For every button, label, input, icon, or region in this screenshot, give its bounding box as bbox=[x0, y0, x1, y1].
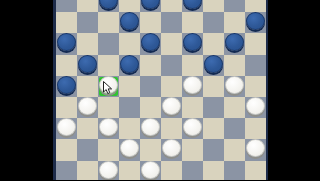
board-cell-r9c5[interactable] bbox=[140, 161, 161, 181]
board-cell-r7c4[interactable] bbox=[119, 118, 140, 139]
white-piece[interactable] bbox=[99, 161, 118, 179]
board-cell-r2c10[interactable] bbox=[245, 12, 266, 33]
board-cell-r2c8[interactable] bbox=[203, 12, 224, 33]
board-grid bbox=[56, 0, 266, 180]
board-cell-r1c10[interactable] bbox=[245, 0, 266, 12]
board-cell-r2c2[interactable] bbox=[77, 12, 98, 33]
board-cell-r5c4[interactable] bbox=[119, 76, 140, 97]
board-cell-r6c1[interactable] bbox=[56, 97, 77, 118]
blue-piece[interactable] bbox=[99, 0, 118, 9]
white-piece[interactable] bbox=[141, 118, 160, 136]
board-cell-r2c5[interactable] bbox=[140, 12, 161, 33]
board-cell-r2c4[interactable] bbox=[119, 12, 140, 33]
board-cell-r9c9[interactable] bbox=[224, 161, 245, 181]
board-cell-r8c1[interactable] bbox=[56, 139, 77, 160]
blue-piece[interactable] bbox=[141, 0, 160, 9]
board-cell-r3c4[interactable] bbox=[119, 33, 140, 54]
board-cell-r1c9[interactable] bbox=[224, 0, 245, 12]
board-cell-r1c2[interactable] bbox=[77, 0, 98, 12]
blue-piece[interactable] bbox=[57, 76, 76, 94]
board-cell-r9c10[interactable] bbox=[245, 161, 266, 181]
blue-piece[interactable] bbox=[225, 33, 244, 51]
blue-piece[interactable] bbox=[141, 33, 160, 51]
draughts-board bbox=[53, 0, 268, 180]
board-cell-r7c5[interactable] bbox=[140, 118, 161, 139]
board-cell-r6c9[interactable] bbox=[224, 97, 245, 118]
board-cell-r1c8[interactable] bbox=[203, 0, 224, 12]
blue-piece[interactable] bbox=[183, 33, 202, 51]
white-piece[interactable] bbox=[162, 139, 181, 157]
blue-piece[interactable] bbox=[120, 55, 139, 73]
letterbox-left bbox=[0, 0, 53, 180]
board-cell-r9c8[interactable] bbox=[203, 161, 224, 181]
board-cell-r5c2[interactable] bbox=[77, 76, 98, 97]
board-cell-r5c5[interactable] bbox=[140, 76, 161, 97]
board-cell-r8c6[interactable] bbox=[161, 139, 182, 160]
board-cell-r4c1[interactable] bbox=[56, 55, 77, 76]
board-cell-r4c8[interactable] bbox=[203, 55, 224, 76]
board-cell-r6c7[interactable] bbox=[182, 97, 203, 118]
white-piece[interactable] bbox=[120, 139, 139, 157]
board-cell-r8c5[interactable] bbox=[140, 139, 161, 160]
board-cell-r8c8[interactable] bbox=[203, 139, 224, 160]
board-cell-r8c3[interactable] bbox=[98, 139, 119, 160]
board-cell-r4c6[interactable] bbox=[161, 55, 182, 76]
board-cell-r1c1[interactable] bbox=[56, 0, 77, 12]
board-cell-r9c2[interactable] bbox=[77, 161, 98, 181]
blue-piece[interactable] bbox=[246, 12, 265, 30]
board-cell-r4c10[interactable] bbox=[245, 55, 266, 76]
board-cell-r7c1[interactable] bbox=[56, 118, 77, 139]
board-cell-r3c7[interactable] bbox=[182, 33, 203, 54]
board-cell-r7c10[interactable] bbox=[245, 118, 266, 139]
board-cell-r3c10[interactable] bbox=[245, 33, 266, 54]
board-cell-r6c3[interactable] bbox=[98, 97, 119, 118]
mouse-cursor bbox=[103, 81, 113, 95]
board-cell-r2c1[interactable] bbox=[56, 12, 77, 33]
board-cell-r4c4[interactable] bbox=[119, 55, 140, 76]
board-cell-r3c9[interactable] bbox=[224, 33, 245, 54]
white-piece[interactable] bbox=[99, 118, 118, 136]
blue-piece[interactable] bbox=[57, 33, 76, 51]
board-cell-r4c7[interactable] bbox=[182, 55, 203, 76]
board-cell-r9c4[interactable] bbox=[119, 161, 140, 181]
white-piece[interactable] bbox=[78, 97, 97, 115]
board-cell-r5c10[interactable] bbox=[245, 76, 266, 97]
board-cell-r6c2[interactable] bbox=[77, 97, 98, 118]
board-cell-r4c2[interactable] bbox=[77, 55, 98, 76]
board-cell-r1c3[interactable] bbox=[98, 0, 119, 12]
board-cell-r1c6[interactable] bbox=[161, 0, 182, 12]
board-cell-r4c3[interactable] bbox=[98, 55, 119, 76]
board-cell-r7c9[interactable] bbox=[224, 118, 245, 139]
board-cell-r1c7[interactable] bbox=[182, 0, 203, 12]
board-cell-r3c2[interactable] bbox=[77, 33, 98, 54]
board-cell-r7c6[interactable] bbox=[161, 118, 182, 139]
board-cell-r9c6[interactable] bbox=[161, 161, 182, 181]
board-cell-r7c2[interactable] bbox=[77, 118, 98, 139]
white-piece[interactable] bbox=[246, 97, 265, 115]
white-piece[interactable] bbox=[57, 118, 76, 136]
board-cell-r6c4[interactable] bbox=[119, 97, 140, 118]
board-cell-r3c5[interactable] bbox=[140, 33, 161, 54]
board-cell-r9c3[interactable] bbox=[98, 161, 119, 181]
letterbox-right bbox=[268, 0, 320, 180]
board-cell-r8c2[interactable] bbox=[77, 139, 98, 160]
blue-piece[interactable] bbox=[183, 0, 202, 9]
board-cell-r3c3[interactable] bbox=[98, 33, 119, 54]
board-cell-r7c7[interactable] bbox=[182, 118, 203, 139]
board-cell-r4c9[interactable] bbox=[224, 55, 245, 76]
board-cell-r8c4[interactable] bbox=[119, 139, 140, 160]
board-cell-r2c6[interactable] bbox=[161, 12, 182, 33]
board-cell-r6c8[interactable] bbox=[203, 97, 224, 118]
white-piece[interactable] bbox=[183, 76, 202, 94]
board-cell-r9c7[interactable] bbox=[182, 161, 203, 181]
board-cell-r8c7[interactable] bbox=[182, 139, 203, 160]
board-cell-r6c5[interactable] bbox=[140, 97, 161, 118]
board-cell-r5c7[interactable] bbox=[182, 76, 203, 97]
board-cell-r2c3[interactable] bbox=[98, 12, 119, 33]
board-cell-r2c7[interactable] bbox=[182, 12, 203, 33]
board-cell-r9c1[interactable] bbox=[56, 161, 77, 181]
board-cell-r1c4[interactable] bbox=[119, 0, 140, 12]
board-cell-r5c8[interactable] bbox=[203, 76, 224, 97]
board-cell-r8c9[interactable] bbox=[224, 139, 245, 160]
white-piece[interactable] bbox=[162, 97, 181, 115]
board-cell-r5c9[interactable] bbox=[224, 76, 245, 97]
blue-piece[interactable] bbox=[204, 55, 223, 73]
board-cell-r3c6[interactable] bbox=[161, 33, 182, 54]
board-cell-r6c10[interactable] bbox=[245, 97, 266, 118]
board-cell-r5c1[interactable] bbox=[56, 76, 77, 97]
video-frame bbox=[0, 0, 320, 180]
blue-piece[interactable] bbox=[78, 55, 97, 73]
board-cell-r1c5[interactable] bbox=[140, 0, 161, 12]
white-piece[interactable] bbox=[183, 118, 202, 136]
white-piece[interactable] bbox=[141, 161, 160, 179]
board-cell-r5c6[interactable] bbox=[161, 76, 182, 97]
board-cell-r3c8[interactable] bbox=[203, 33, 224, 54]
board-cell-r6c6[interactable] bbox=[161, 97, 182, 118]
white-piece[interactable] bbox=[225, 76, 244, 94]
board-cell-r7c8[interactable] bbox=[203, 118, 224, 139]
board-cell-r2c9[interactable] bbox=[224, 12, 245, 33]
board-cell-r4c5[interactable] bbox=[140, 55, 161, 76]
blue-piece[interactable] bbox=[120, 12, 139, 30]
board-cell-r3c1[interactable] bbox=[56, 33, 77, 54]
white-piece[interactable] bbox=[246, 139, 265, 157]
board-cell-r7c3[interactable] bbox=[98, 118, 119, 139]
board-cell-r8c10[interactable] bbox=[245, 139, 266, 160]
